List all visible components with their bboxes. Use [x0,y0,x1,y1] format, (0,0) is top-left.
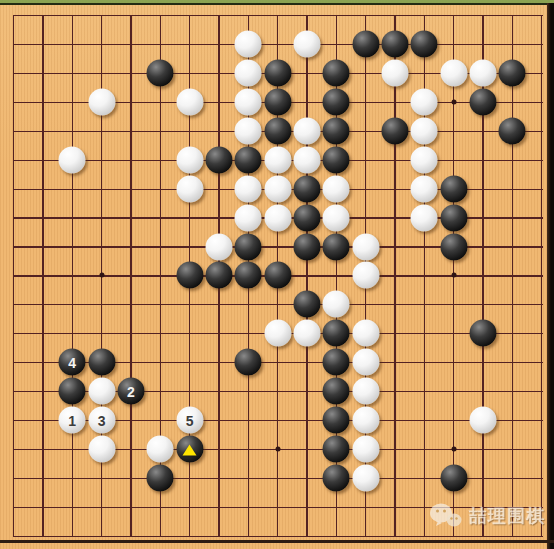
hoshi-point [99,273,104,278]
hoshi-point [451,446,456,451]
black-stone[interactable]: 2 [117,378,144,405]
move-number-label: 1 [68,413,76,427]
top-border-line [0,3,554,5]
hoshi-point [275,446,280,451]
move-number-label: 5 [186,413,194,427]
white-stone[interactable] [293,320,320,347]
white-stone[interactable] [469,60,496,87]
white-stone[interactable] [411,88,438,115]
white-stone[interactable] [293,31,320,58]
black-stone[interactable] [381,31,408,58]
black-stone[interactable] [440,233,467,260]
white-stone[interactable] [352,378,379,405]
white-stone[interactable] [264,175,291,202]
black-stone[interactable] [235,233,262,260]
white-stone[interactable] [352,435,379,462]
white-stone[interactable] [352,320,379,347]
black-stone[interactable] [264,60,291,87]
black-stone[interactable] [293,204,320,231]
black-stone[interactable] [440,464,467,491]
black-stone[interactable] [440,175,467,202]
black-stone[interactable] [176,435,203,462]
white-stone[interactable] [235,60,262,87]
black-stone[interactable] [440,204,467,231]
white-stone[interactable] [352,349,379,376]
black-stone[interactable] [499,60,526,87]
white-stone[interactable]: 1 [59,407,86,434]
black-stone[interactable] [235,262,262,289]
black-stone[interactable] [264,117,291,144]
black-stone[interactable] [88,349,115,376]
white-stone[interactable] [205,233,232,260]
white-stone[interactable] [411,175,438,202]
white-stone[interactable] [323,291,350,318]
black-stone[interactable] [59,378,86,405]
black-stone[interactable] [264,88,291,115]
black-stone[interactable] [205,262,232,289]
black-stone[interactable] [323,349,350,376]
white-stone[interactable] [411,146,438,173]
black-stone[interactable] [323,117,350,144]
white-stone[interactable] [88,378,115,405]
black-stone[interactable] [264,262,291,289]
black-stone[interactable] [293,291,320,318]
go-diagram-screenshot: 42135 喆理围棋 [0,0,554,549]
board-bottom-frame [0,540,554,543]
white-stone[interactable] [293,117,320,144]
white-stone[interactable] [235,117,262,144]
white-stone[interactable] [88,435,115,462]
black-stone[interactable] [147,60,174,87]
black-stone[interactable] [323,88,350,115]
white-stone[interactable] [264,320,291,347]
white-stone[interactable] [176,88,203,115]
white-stone[interactable]: 3 [88,407,115,434]
white-stone[interactable] [176,146,203,173]
white-stone[interactable] [352,262,379,289]
white-stone[interactable] [352,464,379,491]
white-stone[interactable] [235,88,262,115]
black-stone[interactable] [323,464,350,491]
black-stone[interactable] [323,233,350,260]
white-stone[interactable] [176,175,203,202]
white-stone[interactable] [440,60,467,87]
white-stone[interactable] [264,204,291,231]
hoshi-point [451,273,456,278]
black-stone[interactable] [293,175,320,202]
black-stone[interactable]: 4 [59,349,86,376]
white-stone[interactable] [88,88,115,115]
white-stone[interactable] [147,435,174,462]
black-stone[interactable] [235,146,262,173]
white-stone[interactable]: 5 [176,407,203,434]
white-stone[interactable] [323,175,350,202]
black-stone[interactable] [293,233,320,260]
black-stone[interactable] [381,117,408,144]
white-stone[interactable] [235,31,262,58]
white-stone[interactable] [411,117,438,144]
move-number-label: 4 [68,355,76,369]
move-number-label: 3 [98,413,106,427]
move-number-label: 2 [127,384,135,398]
white-stone[interactable] [264,146,291,173]
black-stone[interactable] [235,349,262,376]
black-stone[interactable] [323,407,350,434]
white-stone[interactable] [352,407,379,434]
triangle-marker [183,444,197,455]
black-stone[interactable] [469,320,496,347]
white-stone[interactable] [235,175,262,202]
black-stone[interactable] [323,378,350,405]
black-stone[interactable] [469,88,496,115]
black-stone[interactable] [323,320,350,347]
black-stone[interactable] [323,146,350,173]
black-stone[interactable] [176,262,203,289]
black-stone[interactable] [323,60,350,87]
black-stone[interactable] [323,435,350,462]
black-stone[interactable] [499,117,526,144]
black-stone[interactable] [147,464,174,491]
black-stone[interactable] [352,31,379,58]
hoshi-point [451,99,456,104]
board-right-frame [547,3,554,549]
white-stone[interactable] [59,146,86,173]
white-stone[interactable] [235,204,262,231]
black-stone[interactable] [411,31,438,58]
white-stone[interactable] [411,204,438,231]
white-stone[interactable] [293,146,320,173]
white-stone[interactable] [352,233,379,260]
white-stone[interactable] [381,60,408,87]
white-stone[interactable] [469,407,496,434]
white-stone[interactable] [323,204,350,231]
black-stone[interactable] [205,146,232,173]
